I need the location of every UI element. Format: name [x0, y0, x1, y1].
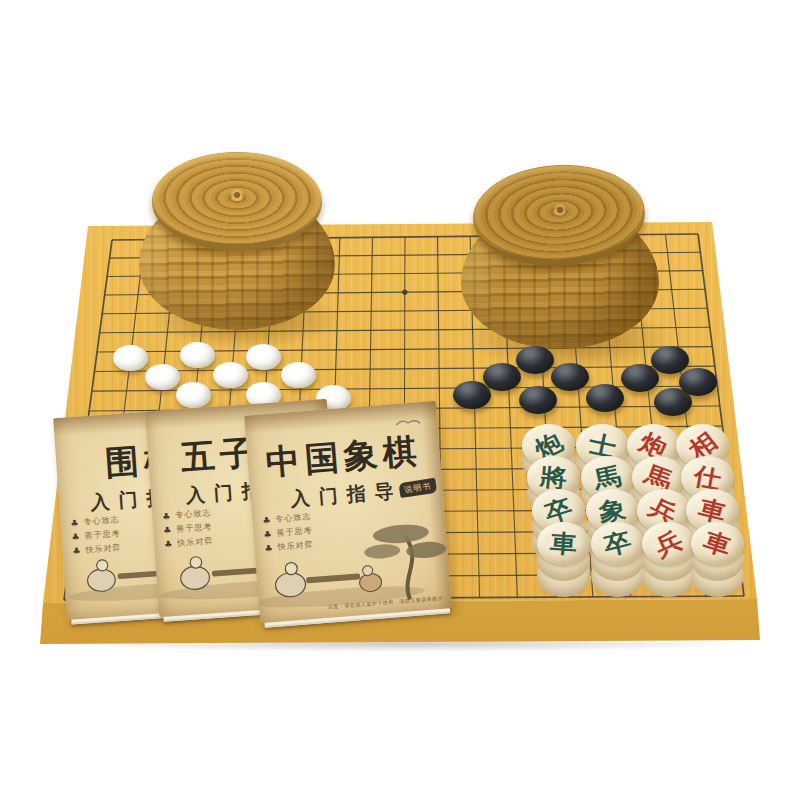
black-go-stone [586, 384, 624, 412]
piece-character: 士 [586, 430, 617, 459]
booklet-cover: 中国象棋 入门指导 说明书 ♣专心致志 ♣善于思考 ♣快乐对弈 注意：请在成人监 [244, 401, 452, 623]
black-go-stone [651, 346, 689, 374]
piece-character: 象 [597, 496, 627, 524]
piece-character: 車 [700, 527, 733, 558]
piece-character: 馬 [641, 461, 675, 493]
product-photo-scene: 围棋 入门指导 ♣专心致志 ♣善于思考 ♣快乐对弈 注意：本册仅为入门指导 [0, 0, 800, 800]
bowl-lid [152, 152, 322, 251]
bowl-lid-knob [557, 207, 563, 213]
white-go-stone [113, 345, 148, 371]
flower-bullet-icon: ♣ [262, 515, 272, 526]
xiangqi-piece-卒: 卒 [591, 522, 644, 565]
piece-character: 馬 [591, 462, 622, 491]
bowl-lid-knob [234, 192, 240, 198]
bird-mark [395, 416, 422, 427]
flower-bullet-icon: ♣ [162, 511, 172, 522]
piece-character: 卒 [601, 528, 633, 558]
black-go-stone [483, 363, 521, 391]
black-go-stone [621, 364, 659, 392]
white-go-stone [281, 362, 316, 388]
piece-character: 兵 [651, 526, 686, 559]
black-go-stone [516, 346, 554, 374]
booklet-xiangqi: 中国象棋 入门指导 说明书 ♣专心致志 ♣善于思考 ♣快乐对弈 注意：请在成人监 [244, 401, 452, 623]
white-go-stone [176, 382, 211, 408]
piece-character: 將 [538, 464, 567, 491]
piece-character: 仕 [692, 463, 723, 492]
xiangqi-piece-車: 車 [691, 522, 744, 565]
black-go-stone [551, 363, 589, 391]
white-go-stone [246, 344, 281, 370]
xiangqi-piece-兵: 兵 [642, 522, 695, 565]
piece-character: 車 [696, 495, 728, 525]
piece-character: 車 [549, 530, 578, 556]
black-go-stone [519, 386, 557, 414]
piece-character: 卒 [541, 494, 574, 525]
white-go-stone [180, 342, 215, 368]
xiangqi-piece-車: 車 [537, 522, 590, 565]
white-go-stone [145, 364, 180, 390]
go-stone-bowl-right [461, 165, 659, 349]
bullet-text: 专心致志 [175, 507, 212, 520]
black-go-stone [679, 368, 717, 396]
black-go-stone [453, 381, 491, 409]
white-go-stone [213, 362, 248, 388]
go-stone-bowl-left [139, 152, 335, 330]
bullet-text: 专心致志 [275, 511, 312, 525]
